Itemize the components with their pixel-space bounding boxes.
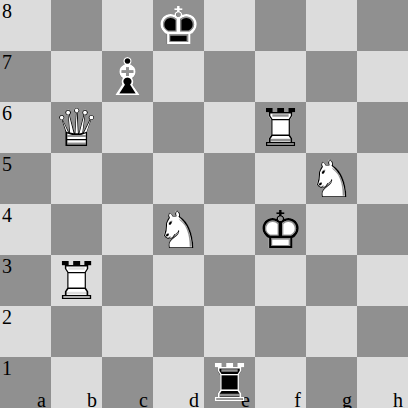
piece-black-bishop-c7[interactable]: ♝♗ <box>102 51 153 102</box>
square-c4[interactable] <box>102 204 153 255</box>
file-label-h: h <box>393 390 403 408</box>
square-c6[interactable] <box>102 102 153 153</box>
file-label-c: c <box>139 390 148 408</box>
square-d6[interactable] <box>153 102 204 153</box>
rank-label-7: 7 <box>2 52 12 72</box>
square-c5[interactable] <box>102 153 153 204</box>
square-c3[interactable] <box>102 255 153 306</box>
square-g8[interactable] <box>306 0 357 51</box>
square-a6[interactable]: 6 <box>0 102 51 153</box>
piece-white-rook-f6[interactable]: ♜♖ <box>255 102 306 153</box>
square-g2[interactable] <box>306 306 357 357</box>
square-c7[interactable]: ♝♗ <box>102 51 153 102</box>
black-rook-outline: ♖ <box>206 357 253 408</box>
square-h5[interactable] <box>357 153 408 204</box>
square-g7[interactable] <box>306 51 357 102</box>
square-h8[interactable] <box>357 0 408 51</box>
white-queen-outline: ♕ <box>53 102 100 154</box>
file-label-b: b <box>87 390 97 408</box>
square-e7[interactable] <box>204 51 255 102</box>
piece-white-queen-b6[interactable]: ♛♕ <box>51 102 102 153</box>
square-f2[interactable] <box>255 306 306 357</box>
square-d1[interactable]: d <box>153 357 204 408</box>
square-h7[interactable] <box>357 51 408 102</box>
square-a3[interactable]: 3 <box>0 255 51 306</box>
square-g1[interactable]: g <box>306 357 357 408</box>
white-king-outline: ♔ <box>257 204 304 256</box>
piece-black-rook-e1[interactable]: ♜♖ <box>204 357 255 408</box>
square-d7[interactable] <box>153 51 204 102</box>
piece-white-knight-d4[interactable]: ♞♘ <box>153 204 204 255</box>
square-f3[interactable] <box>255 255 306 306</box>
square-b7[interactable] <box>51 51 102 102</box>
square-e3[interactable] <box>204 255 255 306</box>
square-b8[interactable] <box>51 0 102 51</box>
square-h3[interactable] <box>357 255 408 306</box>
square-a7[interactable]: 7 <box>0 51 51 102</box>
white-rook-outline: ♖ <box>53 255 100 307</box>
square-e6[interactable] <box>204 102 255 153</box>
chess-board: 8♚♔7♝♗6♛♕♜♖5♞♘4♞♘♚♔3♜♖21abcde♜♖fgh <box>0 0 408 408</box>
square-h2[interactable] <box>357 306 408 357</box>
square-e4[interactable] <box>204 204 255 255</box>
square-f5[interactable] <box>255 153 306 204</box>
square-a5[interactable]: 5 <box>0 153 51 204</box>
square-e1[interactable]: e♜♖ <box>204 357 255 408</box>
square-c1[interactable]: c <box>102 357 153 408</box>
square-e5[interactable] <box>204 153 255 204</box>
square-e8[interactable] <box>204 0 255 51</box>
piece-white-knight-g5[interactable]: ♞♘ <box>306 153 357 204</box>
file-label-a: a <box>37 390 46 408</box>
square-b5[interactable] <box>51 153 102 204</box>
white-knight-outline: ♘ <box>308 153 355 205</box>
square-g6[interactable] <box>306 102 357 153</box>
square-h4[interactable] <box>357 204 408 255</box>
square-a2[interactable]: 2 <box>0 306 51 357</box>
square-g3[interactable] <box>306 255 357 306</box>
square-b3[interactable]: ♜♖ <box>51 255 102 306</box>
square-f1[interactable]: f <box>255 357 306 408</box>
square-f7[interactable] <box>255 51 306 102</box>
piece-black-king-d8[interactable]: ♚♔ <box>153 0 204 51</box>
rank-label-5: 5 <box>2 154 12 174</box>
square-b4[interactable] <box>51 204 102 255</box>
square-d4[interactable]: ♞♘ <box>153 204 204 255</box>
piece-white-king-f4[interactable]: ♚♔ <box>255 204 306 255</box>
square-c8[interactable] <box>102 0 153 51</box>
square-f6[interactable]: ♜♖ <box>255 102 306 153</box>
square-d5[interactable] <box>153 153 204 204</box>
square-f4[interactable]: ♚♔ <box>255 204 306 255</box>
black-king-outline: ♔ <box>155 0 202 52</box>
square-b1[interactable]: b <box>51 357 102 408</box>
square-d3[interactable] <box>153 255 204 306</box>
square-f8[interactable] <box>255 0 306 51</box>
file-label-g: g <box>342 390 352 408</box>
square-d2[interactable] <box>153 306 204 357</box>
rank-label-8: 8 <box>2 1 12 21</box>
square-h6[interactable] <box>357 102 408 153</box>
rank-label-3: 3 <box>2 256 12 276</box>
square-g4[interactable] <box>306 204 357 255</box>
rank-label-1: 1 <box>2 358 12 378</box>
square-a4[interactable]: 4 <box>0 204 51 255</box>
rank-label-4: 4 <box>2 205 12 225</box>
square-b6[interactable]: ♛♕ <box>51 102 102 153</box>
square-d8[interactable]: ♚♔ <box>153 0 204 51</box>
file-label-d: d <box>189 390 199 408</box>
white-knight-outline: ♘ <box>155 204 202 256</box>
rank-label-2: 2 <box>2 307 12 327</box>
square-e2[interactable] <box>204 306 255 357</box>
black-bishop-outline: ♗ <box>104 51 151 103</box>
square-b2[interactable] <box>51 306 102 357</box>
piece-white-rook-b3[interactable]: ♜♖ <box>51 255 102 306</box>
white-rook-outline: ♖ <box>257 102 304 154</box>
file-label-f: f <box>294 390 301 408</box>
square-a8[interactable]: 8 <box>0 0 51 51</box>
square-c2[interactable] <box>102 306 153 357</box>
rank-label-6: 6 <box>2 103 12 123</box>
square-a1[interactable]: 1a <box>0 357 51 408</box>
square-h1[interactable]: h <box>357 357 408 408</box>
square-g5[interactable]: ♞♘ <box>306 153 357 204</box>
